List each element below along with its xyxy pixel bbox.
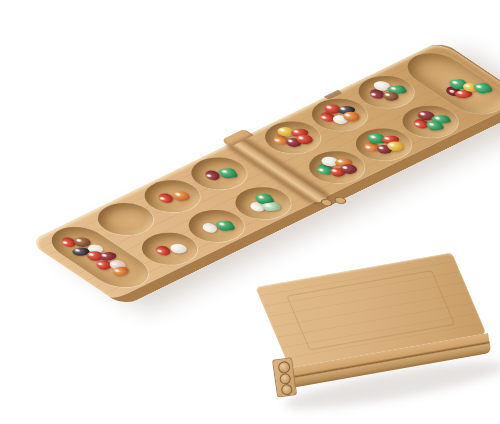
hinge-pin-end-icon [318,198,335,208]
closed-mancala-board [253,250,500,420]
hinge-pin-end-icon [332,196,349,206]
stone-green [215,220,237,231]
hinge-pin-icon [279,373,291,385]
product-photo-stage [0,0,500,424]
hinge-pin-icon [281,384,293,396]
stone-orange [171,191,193,202]
stone-white [168,243,190,254]
stone-green [217,168,239,179]
hinge-pin-icon [277,361,291,375]
stone-green [471,82,494,94]
